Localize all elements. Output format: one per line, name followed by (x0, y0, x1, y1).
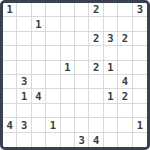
cell-r6c3[interactable] (46, 89, 60, 103)
cell-r5c1: 3 (17, 75, 31, 89)
cell-r7c3[interactable] (46, 104, 60, 118)
clue-number: 4 (35, 91, 41, 102)
cell-r0c6: 2 (89, 3, 103, 17)
cell-r6c2: 4 (32, 89, 46, 103)
cell-r4c6: 2 (89, 61, 103, 75)
cell-r0c1[interactable] (17, 3, 31, 17)
clue-number: 1 (107, 91, 113, 102)
cell-r2c7: 3 (104, 32, 118, 46)
cell-r1c5[interactable] (75, 17, 89, 31)
cell-r9c4[interactable] (61, 133, 75, 147)
cell-r2c3[interactable] (46, 32, 60, 46)
cell-r5c8: 4 (118, 75, 132, 89)
cell-r8c4[interactable] (61, 118, 75, 132)
clue-number: 3 (21, 76, 27, 87)
clue-number: 1 (35, 19, 41, 30)
cell-r8c8[interactable] (118, 118, 132, 132)
cell-r1c0[interactable] (3, 17, 17, 31)
cell-r1c3[interactable] (46, 17, 60, 31)
cell-r9c0[interactable] (3, 133, 17, 147)
cell-r9c3[interactable] (46, 133, 60, 147)
cell-r1c6[interactable] (89, 17, 103, 31)
clue-number: 3 (137, 4, 143, 15)
cell-r0c9: 3 (133, 3, 147, 17)
cell-r5c5[interactable] (75, 75, 89, 89)
minesweeper-board: 1231232121341412431134 (0, 0, 150, 150)
cell-r4c0[interactable] (3, 61, 17, 75)
cell-r1c2: 1 (32, 17, 46, 31)
cell-r0c2[interactable] (32, 3, 46, 17)
clue-number: 4 (93, 135, 99, 146)
cell-r1c4[interactable] (61, 17, 75, 31)
cell-r7c2[interactable] (32, 104, 46, 118)
cell-r9c2[interactable] (32, 133, 46, 147)
cell-r5c2[interactable] (32, 75, 46, 89)
cell-r8c7[interactable] (104, 118, 118, 132)
clue-number: 1 (107, 62, 113, 73)
cell-r9c7[interactable] (104, 133, 118, 147)
cell-r8c2[interactable] (32, 118, 46, 132)
cell-r0c7[interactable] (104, 3, 118, 17)
puzzle-grid: 1231232121341412431134 (3, 3, 147, 147)
cell-r6c0[interactable] (3, 89, 17, 103)
cell-r5c6[interactable] (89, 75, 103, 89)
cell-r0c4[interactable] (61, 3, 75, 17)
cell-r3c2[interactable] (32, 46, 46, 60)
cell-r6c6[interactable] (89, 89, 103, 103)
cell-r2c2[interactable] (32, 32, 46, 46)
cell-r3c7[interactable] (104, 46, 118, 60)
cell-r4c2[interactable] (32, 61, 46, 75)
cell-r4c3[interactable] (46, 61, 60, 75)
cell-r4c9[interactable] (133, 61, 147, 75)
cell-r3c4[interactable] (61, 46, 75, 60)
cell-r3c0[interactable] (3, 46, 17, 60)
clue-number: 2 (93, 33, 99, 44)
cell-r2c5[interactable] (75, 32, 89, 46)
cell-r5c0[interactable] (3, 75, 17, 89)
clue-number: 1 (21, 91, 27, 102)
cell-r8c6[interactable] (89, 118, 103, 132)
cell-r7c6[interactable] (89, 104, 103, 118)
cell-r5c7[interactable] (104, 75, 118, 89)
cell-r5c3[interactable] (46, 75, 60, 89)
clue-number: 1 (50, 120, 56, 131)
clue-number: 1 (7, 4, 13, 15)
cell-r3c6[interactable] (89, 46, 103, 60)
clue-number: 4 (122, 76, 128, 87)
cell-r2c8: 2 (118, 32, 132, 46)
cell-r0c5[interactable] (75, 3, 89, 17)
cell-r9c8[interactable] (118, 133, 132, 147)
cell-r6c8: 2 (118, 89, 132, 103)
cell-r3c3[interactable] (46, 46, 60, 60)
cell-r3c1[interactable] (17, 46, 31, 60)
clue-number: 2 (122, 33, 128, 44)
cell-r6c9[interactable] (133, 89, 147, 103)
clue-number: 4 (7, 120, 13, 131)
cell-r9c9[interactable] (133, 133, 147, 147)
cell-r6c4[interactable] (61, 89, 75, 103)
cell-r2c1[interactable] (17, 32, 31, 46)
cell-r4c7: 1 (104, 61, 118, 75)
cell-r7c5[interactable] (75, 104, 89, 118)
cell-r4c1[interactable] (17, 61, 31, 75)
cell-r4c5[interactable] (75, 61, 89, 75)
cell-r0c3[interactable] (46, 3, 60, 17)
cell-r4c4: 1 (61, 61, 75, 75)
cell-r5c9[interactable] (133, 75, 147, 89)
cell-r2c6: 2 (89, 32, 103, 46)
cell-r8c5[interactable] (75, 118, 89, 132)
cell-r3c9[interactable] (133, 46, 147, 60)
clue-number: 3 (21, 120, 27, 131)
cell-r6c5[interactable] (75, 89, 89, 103)
cell-r7c1[interactable] (17, 104, 31, 118)
cell-r3c5[interactable] (75, 46, 89, 60)
clue-number: 3 (79, 135, 85, 146)
cell-r8c1: 3 (17, 118, 31, 132)
cell-r5c4[interactable] (61, 75, 75, 89)
cell-r7c9[interactable] (133, 104, 147, 118)
clue-number: 2 (93, 4, 99, 15)
cell-r7c0[interactable] (3, 104, 17, 118)
cell-r1c1[interactable] (17, 17, 31, 31)
cell-r8c3: 1 (46, 118, 60, 132)
cell-r2c9[interactable] (133, 32, 147, 46)
cell-r8c0: 4 (3, 118, 17, 132)
clue-number: 3 (107, 33, 113, 44)
cell-r0c0: 1 (3, 3, 17, 17)
cell-r8c9: 1 (133, 118, 147, 132)
cell-r7c4[interactable] (61, 104, 75, 118)
cell-r6c1: 1 (17, 89, 31, 103)
cell-r2c4[interactable] (61, 32, 75, 46)
clue-number: 2 (93, 62, 99, 73)
cell-r2c0[interactable] (3, 32, 17, 46)
cell-r1c8[interactable] (118, 17, 132, 31)
cell-r9c5: 3 (75, 133, 89, 147)
cell-r6c7: 1 (104, 89, 118, 103)
cell-r0c8[interactable] (118, 3, 132, 17)
cell-r7c8[interactable] (118, 104, 132, 118)
cell-r9c1[interactable] (17, 133, 31, 147)
cell-r9c6: 4 (89, 133, 103, 147)
cell-r1c9[interactable] (133, 17, 147, 31)
cell-r3c8[interactable] (118, 46, 132, 60)
cell-r4c8[interactable] (118, 61, 132, 75)
cell-r1c7[interactable] (104, 17, 118, 31)
clue-number: 2 (122, 91, 128, 102)
clue-number: 1 (137, 120, 143, 131)
cell-r7c7[interactable] (104, 104, 118, 118)
clue-number: 1 (64, 62, 70, 73)
